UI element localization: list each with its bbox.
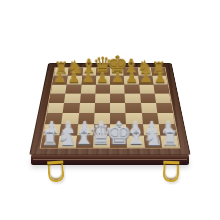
brass-latch-left — [47, 163, 64, 182]
square-g6 — [139, 84, 155, 93]
square-c1: ♝ — [75, 135, 93, 147]
board-squares: ♜♞♝♛♚♝♞♜♟♟♟♟♟♟♟♟♟♟♟♟♟♟♟♟♜♞♝♛♚♝♞♜ — [41, 68, 179, 148]
square-e1: ♚ — [110, 135, 127, 147]
square-e2: ♟ — [110, 124, 127, 135]
square-a5 — [49, 93, 66, 103]
square-h8: ♜ — [151, 68, 166, 76]
square-c4 — [79, 103, 95, 113]
square-g4 — [141, 103, 158, 113]
chess-board: ♜♞♝♛♚♝♞♜♟♟♟♟♟♟♟♟♟♟♟♟♟♟♟♟♜♞♝♛♚♝♞♜ — [29, 63, 191, 155]
square-a3 — [45, 113, 63, 124]
square-a8: ♜ — [54, 68, 69, 76]
square-d2: ♟ — [93, 124, 110, 135]
white-knight: ♞ — [57, 126, 77, 149]
square-e3 — [110, 113, 126, 124]
square-g5 — [140, 93, 156, 103]
square-e6 — [110, 84, 125, 93]
square-b8: ♞ — [68, 68, 83, 76]
square-d4 — [94, 103, 110, 113]
square-f6 — [124, 84, 139, 93]
square-e8: ♚ — [110, 68, 124, 76]
square-c8: ♝ — [82, 68, 96, 76]
square-g2: ♟ — [142, 124, 160, 135]
square-a4 — [47, 103, 64, 113]
white-rook: ♜ — [40, 128, 58, 148]
square-a1: ♜ — [41, 135, 60, 147]
square-e5 — [110, 93, 125, 103]
square-g1: ♞ — [143, 135, 161, 147]
square-g8: ♞ — [137, 68, 152, 76]
square-b2: ♟ — [60, 124, 78, 135]
square-f4 — [125, 103, 141, 113]
chess-set-scene: ♜♞♝♛♚♝♞♜♟♟♟♟♟♟♟♟♟♟♟♟♟♟♟♟♜♞♝♛♚♝♞♜ — [0, 0, 220, 220]
square-f8: ♝ — [124, 68, 138, 76]
square-c2: ♟ — [77, 124, 94, 135]
square-b1: ♞ — [58, 135, 76, 147]
square-b6 — [66, 84, 82, 93]
white-knight: ♞ — [143, 126, 163, 149]
square-c6 — [80, 84, 95, 93]
square-f5 — [125, 93, 141, 103]
square-h3 — [157, 113, 175, 124]
square-c3 — [78, 113, 95, 124]
square-g3 — [141, 113, 158, 124]
square-d1: ♛ — [93, 135, 110, 147]
square-h6 — [153, 84, 169, 93]
square-d6 — [95, 84, 110, 93]
square-b5 — [64, 93, 80, 103]
brass-latch-right — [163, 164, 180, 183]
square-h2: ♟ — [159, 124, 177, 135]
square-h1: ♜ — [160, 135, 179, 147]
square-h5 — [154, 93, 171, 103]
product-photo: ♜♞♝♛♚♝♞♜♟♟♟♟♟♟♟♟♟♟♟♟♟♟♟♟♜♞♝♛♚♝♞♜ — [0, 0, 220, 220]
square-b4 — [63, 103, 80, 113]
square-f1: ♝ — [127, 135, 145, 147]
square-f3 — [126, 113, 143, 124]
square-d3 — [94, 113, 110, 124]
black-knight: ♞ — [67, 58, 84, 76]
square-b3 — [61, 113, 78, 124]
square-c5 — [80, 93, 96, 103]
square-a6 — [51, 84, 67, 93]
square-d5 — [95, 93, 110, 103]
square-d8: ♛ — [96, 68, 110, 76]
square-a2: ♟ — [43, 124, 61, 135]
square-f2: ♟ — [126, 124, 143, 135]
square-h4 — [156, 103, 173, 113]
square-e4 — [110, 103, 126, 113]
